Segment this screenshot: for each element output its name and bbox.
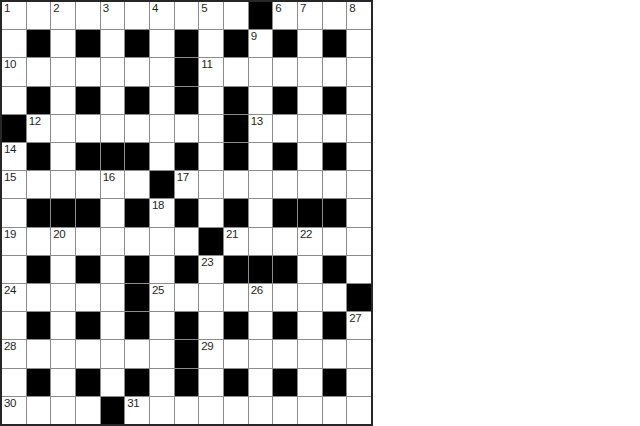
cell-r1c6[interactable] (125, 2, 149, 29)
cell-r15c12[interactable] (273, 397, 297, 424)
cell-r3c15[interactable] (347, 58, 371, 85)
cell-r12c7[interactable] (150, 312, 174, 339)
cell-r9c10[interactable]: 21 (224, 228, 248, 255)
cell-r7c5[interactable]: 16 (101, 171, 125, 198)
cell-r7c15[interactable] (347, 171, 371, 198)
cell-r11c10[interactable] (224, 284, 248, 311)
blocked-cell-r4c2 (27, 87, 51, 114)
clue-number: 30 (4, 397, 16, 409)
blocked-cell-r10c2 (27, 256, 51, 283)
blocked-cell-r4c12 (273, 87, 297, 114)
blocked-cell-r2c14 (323, 30, 347, 57)
cell-r10c3[interactable] (51, 256, 75, 283)
cell-r11c5[interactable] (101, 284, 125, 311)
cell-r5c14[interactable] (323, 115, 347, 142)
clue-number: 29 (201, 340, 213, 352)
blocked-cell-r2c4 (76, 30, 100, 57)
cell-r3c10[interactable] (224, 58, 248, 85)
clue-number: 17 (177, 171, 189, 183)
cell-r7c14[interactable] (323, 171, 347, 198)
blocked-cell-r14c8 (175, 369, 199, 396)
cell-r9c7[interactable] (150, 228, 174, 255)
clue-number: 26 (251, 284, 263, 296)
clue-number: 24 (4, 284, 16, 296)
clue-number: 10 (4, 58, 16, 70)
cell-r3c13[interactable] (298, 58, 322, 85)
cell-r13c4[interactable] (76, 340, 100, 367)
cell-r6c7[interactable] (150, 143, 174, 170)
cell-r12c5[interactable] (101, 312, 125, 339)
cell-r4c15[interactable] (347, 87, 371, 114)
clue-number: 22 (300, 228, 312, 240)
cell-r10c7[interactable] (150, 256, 174, 283)
cell-r7c1[interactable]: 15 (2, 171, 26, 198)
cell-r14c15[interactable] (347, 369, 371, 396)
cell-r4c1[interactable] (2, 87, 26, 114)
blocked-cell-r12c10 (224, 312, 248, 339)
cell-r9c3[interactable]: 20 (51, 228, 75, 255)
clue-number: 9 (251, 30, 257, 42)
cell-r15c7[interactable] (150, 397, 174, 424)
cell-r9c8[interactable] (175, 228, 199, 255)
cell-r11c11[interactable]: 26 (249, 284, 273, 311)
cell-r11c9[interactable] (199, 284, 223, 311)
blocked-cell-r14c10 (224, 369, 248, 396)
blocked-cell-r11c15 (347, 284, 371, 311)
cell-r9c14[interactable] (323, 228, 347, 255)
cell-r9c4[interactable] (76, 228, 100, 255)
cell-r7c13[interactable] (298, 171, 322, 198)
clue-number: 15 (4, 171, 16, 183)
blocked-cell-r6c8 (175, 143, 199, 170)
cell-r13c2[interactable] (27, 340, 51, 367)
cell-r11c2[interactable] (27, 284, 51, 311)
cell-r7c4[interactable] (76, 171, 100, 198)
cell-r2c1[interactable] (2, 30, 26, 57)
cell-r3c1[interactable]: 10 (2, 58, 26, 85)
blocked-cell-r6c14 (323, 143, 347, 170)
blocked-cell-r14c12 (273, 369, 297, 396)
cell-r5c7[interactable] (150, 115, 174, 142)
cell-r13c14[interactable] (323, 340, 347, 367)
cell-r11c13[interactable] (298, 284, 322, 311)
cell-r7c11[interactable] (249, 171, 273, 198)
blocked-cell-r14c14 (323, 369, 347, 396)
blocked-cell-r10c12 (273, 256, 297, 283)
cell-r14c7[interactable] (150, 369, 174, 396)
blocked-cell-r6c10 (224, 143, 248, 170)
clue-number: 11 (201, 58, 212, 70)
cell-r1c3[interactable]: 2 (51, 2, 75, 29)
clue-number: 1 (4, 2, 10, 14)
clue-number: 5 (201, 2, 207, 14)
cell-r7c3[interactable] (51, 171, 75, 198)
blocked-cell-r8c2 (27, 199, 51, 226)
clue-number: 20 (53, 228, 65, 240)
cell-r3c7[interactable] (150, 58, 174, 85)
cell-r11c7[interactable]: 25 (150, 284, 174, 311)
cell-r1c10[interactable] (224, 2, 248, 29)
blocked-cell-r13c8 (175, 340, 199, 367)
clue-number: 18 (152, 199, 164, 211)
cell-r3c5[interactable] (101, 58, 125, 85)
cell-r5c8[interactable] (175, 115, 199, 142)
clue-number: 14 (4, 143, 16, 155)
cell-r6c1[interactable]: 14 (2, 143, 26, 170)
cell-r8c1[interactable] (2, 199, 26, 226)
cell-r7c8[interactable]: 17 (175, 171, 199, 198)
clue-number: 13 (251, 115, 263, 127)
cell-r13c3[interactable] (51, 340, 75, 367)
cell-r5c4[interactable] (76, 115, 100, 142)
cell-r7c6[interactable] (125, 171, 149, 198)
cell-r9c13[interactable]: 22 (298, 228, 322, 255)
clue-number: 7 (300, 2, 306, 14)
clue-number: 8 (349, 2, 355, 14)
blocked-cell-r14c2 (27, 369, 51, 396)
cell-r13c15[interactable] (347, 340, 371, 367)
blocked-cell-r6c2 (27, 143, 51, 170)
cell-r5c9[interactable] (199, 115, 223, 142)
blocked-cell-r10c6 (125, 256, 149, 283)
blocked-cell-r6c12 (273, 143, 297, 170)
cell-r13c6[interactable] (125, 340, 149, 367)
clue-number: 31 (127, 397, 139, 409)
cell-r12c15[interactable]: 27 (347, 312, 371, 339)
cell-r3c2[interactable] (27, 58, 51, 85)
cell-r1c14[interactable] (323, 2, 347, 29)
blocked-cell-r3c8 (175, 58, 199, 85)
cell-r9c6[interactable] (125, 228, 149, 255)
blocked-cell-r12c2 (27, 312, 51, 339)
blocked-cell-r6c5 (101, 143, 125, 170)
cell-r15c15[interactable] (347, 397, 371, 424)
cell-r11c3[interactable] (51, 284, 75, 311)
blocked-cell-r4c4 (76, 87, 100, 114)
cell-r15c2[interactable] (27, 397, 51, 424)
cell-r15c13[interactable] (298, 397, 322, 424)
cell-r8c11[interactable] (249, 199, 273, 226)
cell-r8c7[interactable]: 18 (150, 199, 174, 226)
cell-r9c11[interactable] (249, 228, 273, 255)
cell-r15c4[interactable] (76, 397, 100, 424)
cell-r12c1[interactable] (2, 312, 26, 339)
blocked-cell-r12c6 (125, 312, 149, 339)
clue-number: 25 (152, 284, 164, 296)
cell-r4c7[interactable] (150, 87, 174, 114)
blocked-cell-r4c8 (175, 87, 199, 114)
cell-r3c6[interactable] (125, 58, 149, 85)
cell-r1c5[interactable]: 3 (101, 2, 125, 29)
cell-r13c1[interactable]: 28 (2, 340, 26, 367)
cell-r7c2[interactable] (27, 171, 51, 198)
cell-r5c11[interactable]: 13 (249, 115, 273, 142)
cell-r15c3[interactable] (51, 397, 75, 424)
cell-r5c2[interactable]: 12 (27, 115, 51, 142)
cell-r1c8[interactable] (175, 2, 199, 29)
clue-number: 27 (349, 312, 361, 324)
cell-r2c9[interactable] (199, 30, 223, 57)
cell-r8c5[interactable] (101, 199, 125, 226)
page: 1234567891011121314151617181920212223242… (0, 0, 640, 426)
cell-r6c3[interactable] (51, 143, 75, 170)
blocked-cell-r8c12 (273, 199, 297, 226)
cell-r10c13[interactable] (298, 256, 322, 283)
cell-r15c11[interactable] (249, 397, 273, 424)
cell-r3c9[interactable]: 11 (199, 58, 223, 85)
cell-r4c9[interactable] (199, 87, 223, 114)
blocked-cell-r4c10 (224, 87, 248, 114)
blocked-cell-r8c14 (323, 199, 347, 226)
blocked-cell-r5c10 (224, 115, 248, 142)
blocked-cell-r1c11 (249, 2, 273, 29)
clue-number: 2 (53, 2, 59, 14)
cell-r13c10[interactable] (224, 340, 248, 367)
cell-r9c2[interactable] (27, 228, 51, 255)
cell-r11c8[interactable] (175, 284, 199, 311)
cell-r9c12[interactable] (273, 228, 297, 255)
blocked-cell-r10c8 (175, 256, 199, 283)
cell-r8c15[interactable] (347, 199, 371, 226)
crossword-grid: 1234567891011121314151617181920212223242… (0, 0, 373, 426)
cell-r7c12[interactable] (273, 171, 297, 198)
cell-r7c10[interactable] (224, 171, 248, 198)
cell-r6c9[interactable] (199, 143, 223, 170)
cell-r13c7[interactable] (150, 340, 174, 367)
blocked-cell-r8c6 (125, 199, 149, 226)
cell-r5c12[interactable] (273, 115, 297, 142)
cell-r4c5[interactable] (101, 87, 125, 114)
blocked-cell-r11c6 (125, 284, 149, 311)
clue-number: 16 (103, 171, 115, 183)
blocked-cell-r12c8 (175, 312, 199, 339)
cell-r10c5[interactable] (101, 256, 125, 283)
cell-r1c7[interactable]: 4 (150, 2, 174, 29)
blocked-cell-r4c14 (323, 87, 347, 114)
cell-r12c9[interactable] (199, 312, 223, 339)
blocked-cell-r8c8 (175, 199, 199, 226)
cell-r12c11[interactable] (249, 312, 273, 339)
cell-r1c2[interactable] (27, 2, 51, 29)
blocked-cell-r7c7 (150, 171, 174, 198)
blocked-cell-r2c8 (175, 30, 199, 57)
cell-r2c11[interactable]: 9 (249, 30, 273, 57)
blocked-cell-r2c6 (125, 30, 149, 57)
cell-r11c4[interactable] (76, 284, 100, 311)
cell-r14c3[interactable] (51, 369, 75, 396)
cell-r7c9[interactable] (199, 171, 223, 198)
cell-r14c11[interactable] (249, 369, 273, 396)
blocked-cell-r14c6 (125, 369, 149, 396)
cell-r9c5[interactable] (101, 228, 125, 255)
blocked-cell-r2c10 (224, 30, 248, 57)
blocked-cell-r10c10 (224, 256, 248, 283)
cell-r3c4[interactable] (76, 58, 100, 85)
cell-r10c9[interactable]: 23 (199, 256, 223, 283)
blocked-cell-r6c6 (125, 143, 149, 170)
cell-r14c13[interactable] (298, 369, 322, 396)
blocked-cell-r8c13 (298, 199, 322, 226)
cell-r6c11[interactable] (249, 143, 273, 170)
blocked-cell-r8c4 (76, 199, 100, 226)
cell-r3c14[interactable] (323, 58, 347, 85)
cell-r10c1[interactable] (2, 256, 26, 283)
cell-r6c13[interactable] (298, 143, 322, 170)
cell-r5c13[interactable] (298, 115, 322, 142)
cell-r10c15[interactable] (347, 256, 371, 283)
blocked-cell-r12c14 (323, 312, 347, 339)
cell-r2c5[interactable] (101, 30, 125, 57)
cell-r14c1[interactable] (2, 369, 26, 396)
blocked-cell-r10c14 (323, 256, 347, 283)
clue-number: 4 (152, 2, 158, 14)
cell-r13c12[interactable] (273, 340, 297, 367)
cell-r12c13[interactable] (298, 312, 322, 339)
cell-r2c3[interactable] (51, 30, 75, 57)
cell-r11c1[interactable]: 24 (2, 284, 26, 311)
cell-r3c11[interactable] (249, 58, 273, 85)
cell-r15c14[interactable] (323, 397, 347, 424)
cell-r5c15[interactable] (347, 115, 371, 142)
cell-r14c5[interactable] (101, 369, 125, 396)
clue-number: 19 (4, 228, 16, 240)
cell-r6c15[interactable] (347, 143, 371, 170)
blocked-cell-r10c4 (76, 256, 100, 283)
cell-r9c1[interactable]: 19 (2, 228, 26, 255)
cell-r2c15[interactable] (347, 30, 371, 57)
blocked-cell-r8c10 (224, 199, 248, 226)
blocked-cell-r5c1 (2, 115, 26, 142)
cell-r1c9[interactable]: 5 (199, 2, 223, 29)
clue-number: 12 (29, 115, 41, 127)
cell-r2c13[interactable] (298, 30, 322, 57)
cell-r2c7[interactable] (150, 30, 174, 57)
cell-r15c6[interactable]: 31 (125, 397, 149, 424)
cell-r11c12[interactable] (273, 284, 297, 311)
blocked-cell-r6c4 (76, 143, 100, 170)
cell-r1c15[interactable]: 8 (347, 2, 371, 29)
blocked-cell-r14c4 (76, 369, 100, 396)
blocked-cell-r4c6 (125, 87, 149, 114)
clue-number: 28 (4, 340, 16, 352)
blocked-cell-r2c12 (273, 30, 297, 57)
cell-r15c9[interactable] (199, 397, 223, 424)
clue-number: 23 (201, 256, 213, 268)
cell-r4c11[interactable] (249, 87, 273, 114)
cell-r12c3[interactable] (51, 312, 75, 339)
blocked-cell-r9c9 (199, 228, 223, 255)
blocked-cell-r15c5 (101, 397, 125, 424)
cell-r5c5[interactable] (101, 115, 125, 142)
blocked-cell-r2c2 (27, 30, 51, 57)
cell-r4c3[interactable] (51, 87, 75, 114)
cell-r11c14[interactable] (323, 284, 347, 311)
cell-r1c1[interactable]: 1 (2, 2, 26, 29)
cell-r13c13[interactable] (298, 340, 322, 367)
cell-r15c8[interactable] (175, 397, 199, 424)
cell-r15c10[interactable] (224, 397, 248, 424)
clue-number: 6 (275, 2, 281, 14)
cell-r5c3[interactable] (51, 115, 75, 142)
cell-r3c12[interactable] (273, 58, 297, 85)
blocked-cell-r10c11 (249, 256, 273, 283)
cell-r5c6[interactable] (125, 115, 149, 142)
blocked-cell-r12c4 (76, 312, 100, 339)
cell-r8c9[interactable] (199, 199, 223, 226)
cell-r4c13[interactable] (298, 87, 322, 114)
clue-number: 21 (226, 228, 238, 240)
cell-r13c5[interactable] (101, 340, 125, 367)
cell-r9c15[interactable] (347, 228, 371, 255)
cell-r14c9[interactable] (199, 369, 223, 396)
cell-r1c13[interactable]: 7 (298, 2, 322, 29)
blocked-cell-r12c12 (273, 312, 297, 339)
cell-r13c11[interactable] (249, 340, 273, 367)
cell-r15c1[interactable]: 30 (2, 397, 26, 424)
cell-r1c4[interactable] (76, 2, 100, 29)
cell-r1c12[interactable]: 6 (273, 2, 297, 29)
blocked-cell-r8c3 (51, 199, 75, 226)
clue-number: 3 (103, 2, 109, 14)
cell-r3c3[interactable] (51, 58, 75, 85)
cell-r13c9[interactable]: 29 (199, 340, 223, 367)
